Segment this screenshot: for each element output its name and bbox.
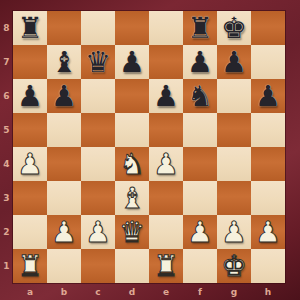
square-c2[interactable]: ♟ xyxy=(81,215,115,249)
white-rook[interactable]: ♜ xyxy=(17,249,43,283)
square-b3[interactable] xyxy=(47,181,81,215)
white-pawn[interactable]: ♟ xyxy=(187,215,213,249)
square-d7[interactable]: ♟ xyxy=(115,45,149,79)
black-pawn[interactable]: ♟ xyxy=(51,79,77,113)
black-pawn[interactable]: ♟ xyxy=(221,45,247,79)
white-pawn[interactable]: ♟ xyxy=(153,147,179,181)
file-label-c: c xyxy=(81,283,115,300)
square-f5[interactable] xyxy=(183,113,217,147)
square-g7[interactable]: ♟ xyxy=(217,45,251,79)
square-d5[interactable] xyxy=(115,113,149,147)
white-knight[interactable]: ♞ xyxy=(119,147,145,181)
black-queen[interactable]: ♛ xyxy=(85,45,111,79)
white-bishop[interactable]: ♝ xyxy=(119,181,145,215)
square-e7[interactable] xyxy=(149,45,183,79)
black-king[interactable]: ♚ xyxy=(221,11,247,45)
white-pawn[interactable]: ♟ xyxy=(51,215,77,249)
black-pawn[interactable]: ♟ xyxy=(255,79,281,113)
square-d2[interactable]: ♛ xyxy=(115,215,149,249)
black-pawn[interactable]: ♟ xyxy=(17,79,43,113)
square-h3[interactable] xyxy=(251,181,285,215)
square-e4[interactable]: ♟ xyxy=(149,147,183,181)
square-g1[interactable]: ♚ xyxy=(217,249,251,283)
square-g5[interactable] xyxy=(217,113,251,147)
square-b6[interactable]: ♟ xyxy=(47,79,81,113)
white-king[interactable]: ♚ xyxy=(221,249,247,283)
square-h2[interactable]: ♟ xyxy=(251,215,285,249)
square-a5[interactable] xyxy=(13,113,47,147)
square-a7[interactable] xyxy=(13,45,47,79)
square-b1[interactable] xyxy=(47,249,81,283)
white-pawn[interactable]: ♟ xyxy=(85,215,111,249)
white-queen[interactable]: ♛ xyxy=(119,215,145,249)
white-pawn[interactable]: ♟ xyxy=(221,215,247,249)
square-b7[interactable]: ♝ xyxy=(47,45,81,79)
file-label-h: h xyxy=(251,283,285,300)
file-label-d: d xyxy=(115,283,149,300)
square-e2[interactable] xyxy=(149,215,183,249)
square-a8[interactable]: ♜ xyxy=(13,11,47,45)
square-f4[interactable] xyxy=(183,147,217,181)
white-pawn[interactable]: ♟ xyxy=(255,215,281,249)
square-h6[interactable]: ♟ xyxy=(251,79,285,113)
square-g2[interactable]: ♟ xyxy=(217,215,251,249)
square-h5[interactable] xyxy=(251,113,285,147)
square-d6[interactable] xyxy=(115,79,149,113)
square-b4[interactable] xyxy=(47,147,81,181)
square-a6[interactable]: ♟ xyxy=(13,79,47,113)
black-pawn[interactable]: ♟ xyxy=(153,79,179,113)
square-c7[interactable]: ♛ xyxy=(81,45,115,79)
white-rook[interactable]: ♜ xyxy=(153,249,179,283)
file-label-a: a xyxy=(13,283,47,300)
square-f2[interactable]: ♟ xyxy=(183,215,217,249)
square-e3[interactable] xyxy=(149,181,183,215)
file-label-b: b xyxy=(47,283,81,300)
square-d1[interactable] xyxy=(115,249,149,283)
square-b2[interactable]: ♟ xyxy=(47,215,81,249)
square-d4[interactable]: ♞ xyxy=(115,147,149,181)
square-g3[interactable] xyxy=(217,181,251,215)
black-pawn[interactable]: ♟ xyxy=(119,45,145,79)
square-h4[interactable] xyxy=(251,147,285,181)
square-g4[interactable] xyxy=(217,147,251,181)
square-e6[interactable]: ♟ xyxy=(149,79,183,113)
file-label-g: g xyxy=(217,283,251,300)
white-pawn[interactable]: ♟ xyxy=(17,147,43,181)
square-b5[interactable] xyxy=(47,113,81,147)
square-c4[interactable] xyxy=(81,147,115,181)
square-c1[interactable] xyxy=(81,249,115,283)
square-h8[interactable] xyxy=(251,11,285,45)
black-bishop[interactable]: ♝ xyxy=(51,45,77,79)
square-c3[interactable] xyxy=(81,181,115,215)
file-label-f: f xyxy=(183,283,217,300)
square-f3[interactable] xyxy=(183,181,217,215)
rank-label-3: 3 xyxy=(0,181,13,215)
square-a2[interactable] xyxy=(13,215,47,249)
square-f7[interactable]: ♟ xyxy=(183,45,217,79)
square-d8[interactable] xyxy=(115,11,149,45)
square-e1[interactable]: ♜ xyxy=(149,249,183,283)
chess-board-frame: ♜♜♚♝♛♟♟♟♟♟♟♞♟♟♞♟♝♟♟♛♟♟♟♜♜♚ 87654321abcde… xyxy=(0,0,300,300)
square-c8[interactable] xyxy=(81,11,115,45)
square-e5[interactable] xyxy=(149,113,183,147)
square-d3[interactable]: ♝ xyxy=(115,181,149,215)
black-rook[interactable]: ♜ xyxy=(187,11,213,45)
square-h7[interactable] xyxy=(251,45,285,79)
file-label-e: e xyxy=(149,283,183,300)
square-h1[interactable] xyxy=(251,249,285,283)
black-knight[interactable]: ♞ xyxy=(187,79,213,113)
square-c5[interactable] xyxy=(81,113,115,147)
black-rook[interactable]: ♜ xyxy=(17,11,43,45)
square-e8[interactable] xyxy=(149,11,183,45)
square-b8[interactable] xyxy=(47,11,81,45)
square-a4[interactable]: ♟ xyxy=(13,147,47,181)
square-f6[interactable]: ♞ xyxy=(183,79,217,113)
square-a3[interactable] xyxy=(13,181,47,215)
rank-label-7: 7 xyxy=(0,45,13,79)
square-g8[interactable]: ♚ xyxy=(217,11,251,45)
chess-board: ♜♜♚♝♛♟♟♟♟♟♟♞♟♟♞♟♝♟♟♛♟♟♟♜♜♚ xyxy=(13,11,285,283)
black-pawn[interactable]: ♟ xyxy=(187,45,213,79)
square-f8[interactable]: ♜ xyxy=(183,11,217,45)
square-f1[interactable] xyxy=(183,249,217,283)
square-g6[interactable] xyxy=(217,79,251,113)
square-c6[interactable] xyxy=(81,79,115,113)
square-a1[interactable]: ♜ xyxy=(13,249,47,283)
rank-label-4: 4 xyxy=(0,147,13,181)
rank-label-6: 6 xyxy=(0,79,13,113)
rank-label-1: 1 xyxy=(0,249,13,283)
rank-label-2: 2 xyxy=(0,215,13,249)
rank-label-8: 8 xyxy=(0,11,13,45)
rank-label-5: 5 xyxy=(0,113,13,147)
